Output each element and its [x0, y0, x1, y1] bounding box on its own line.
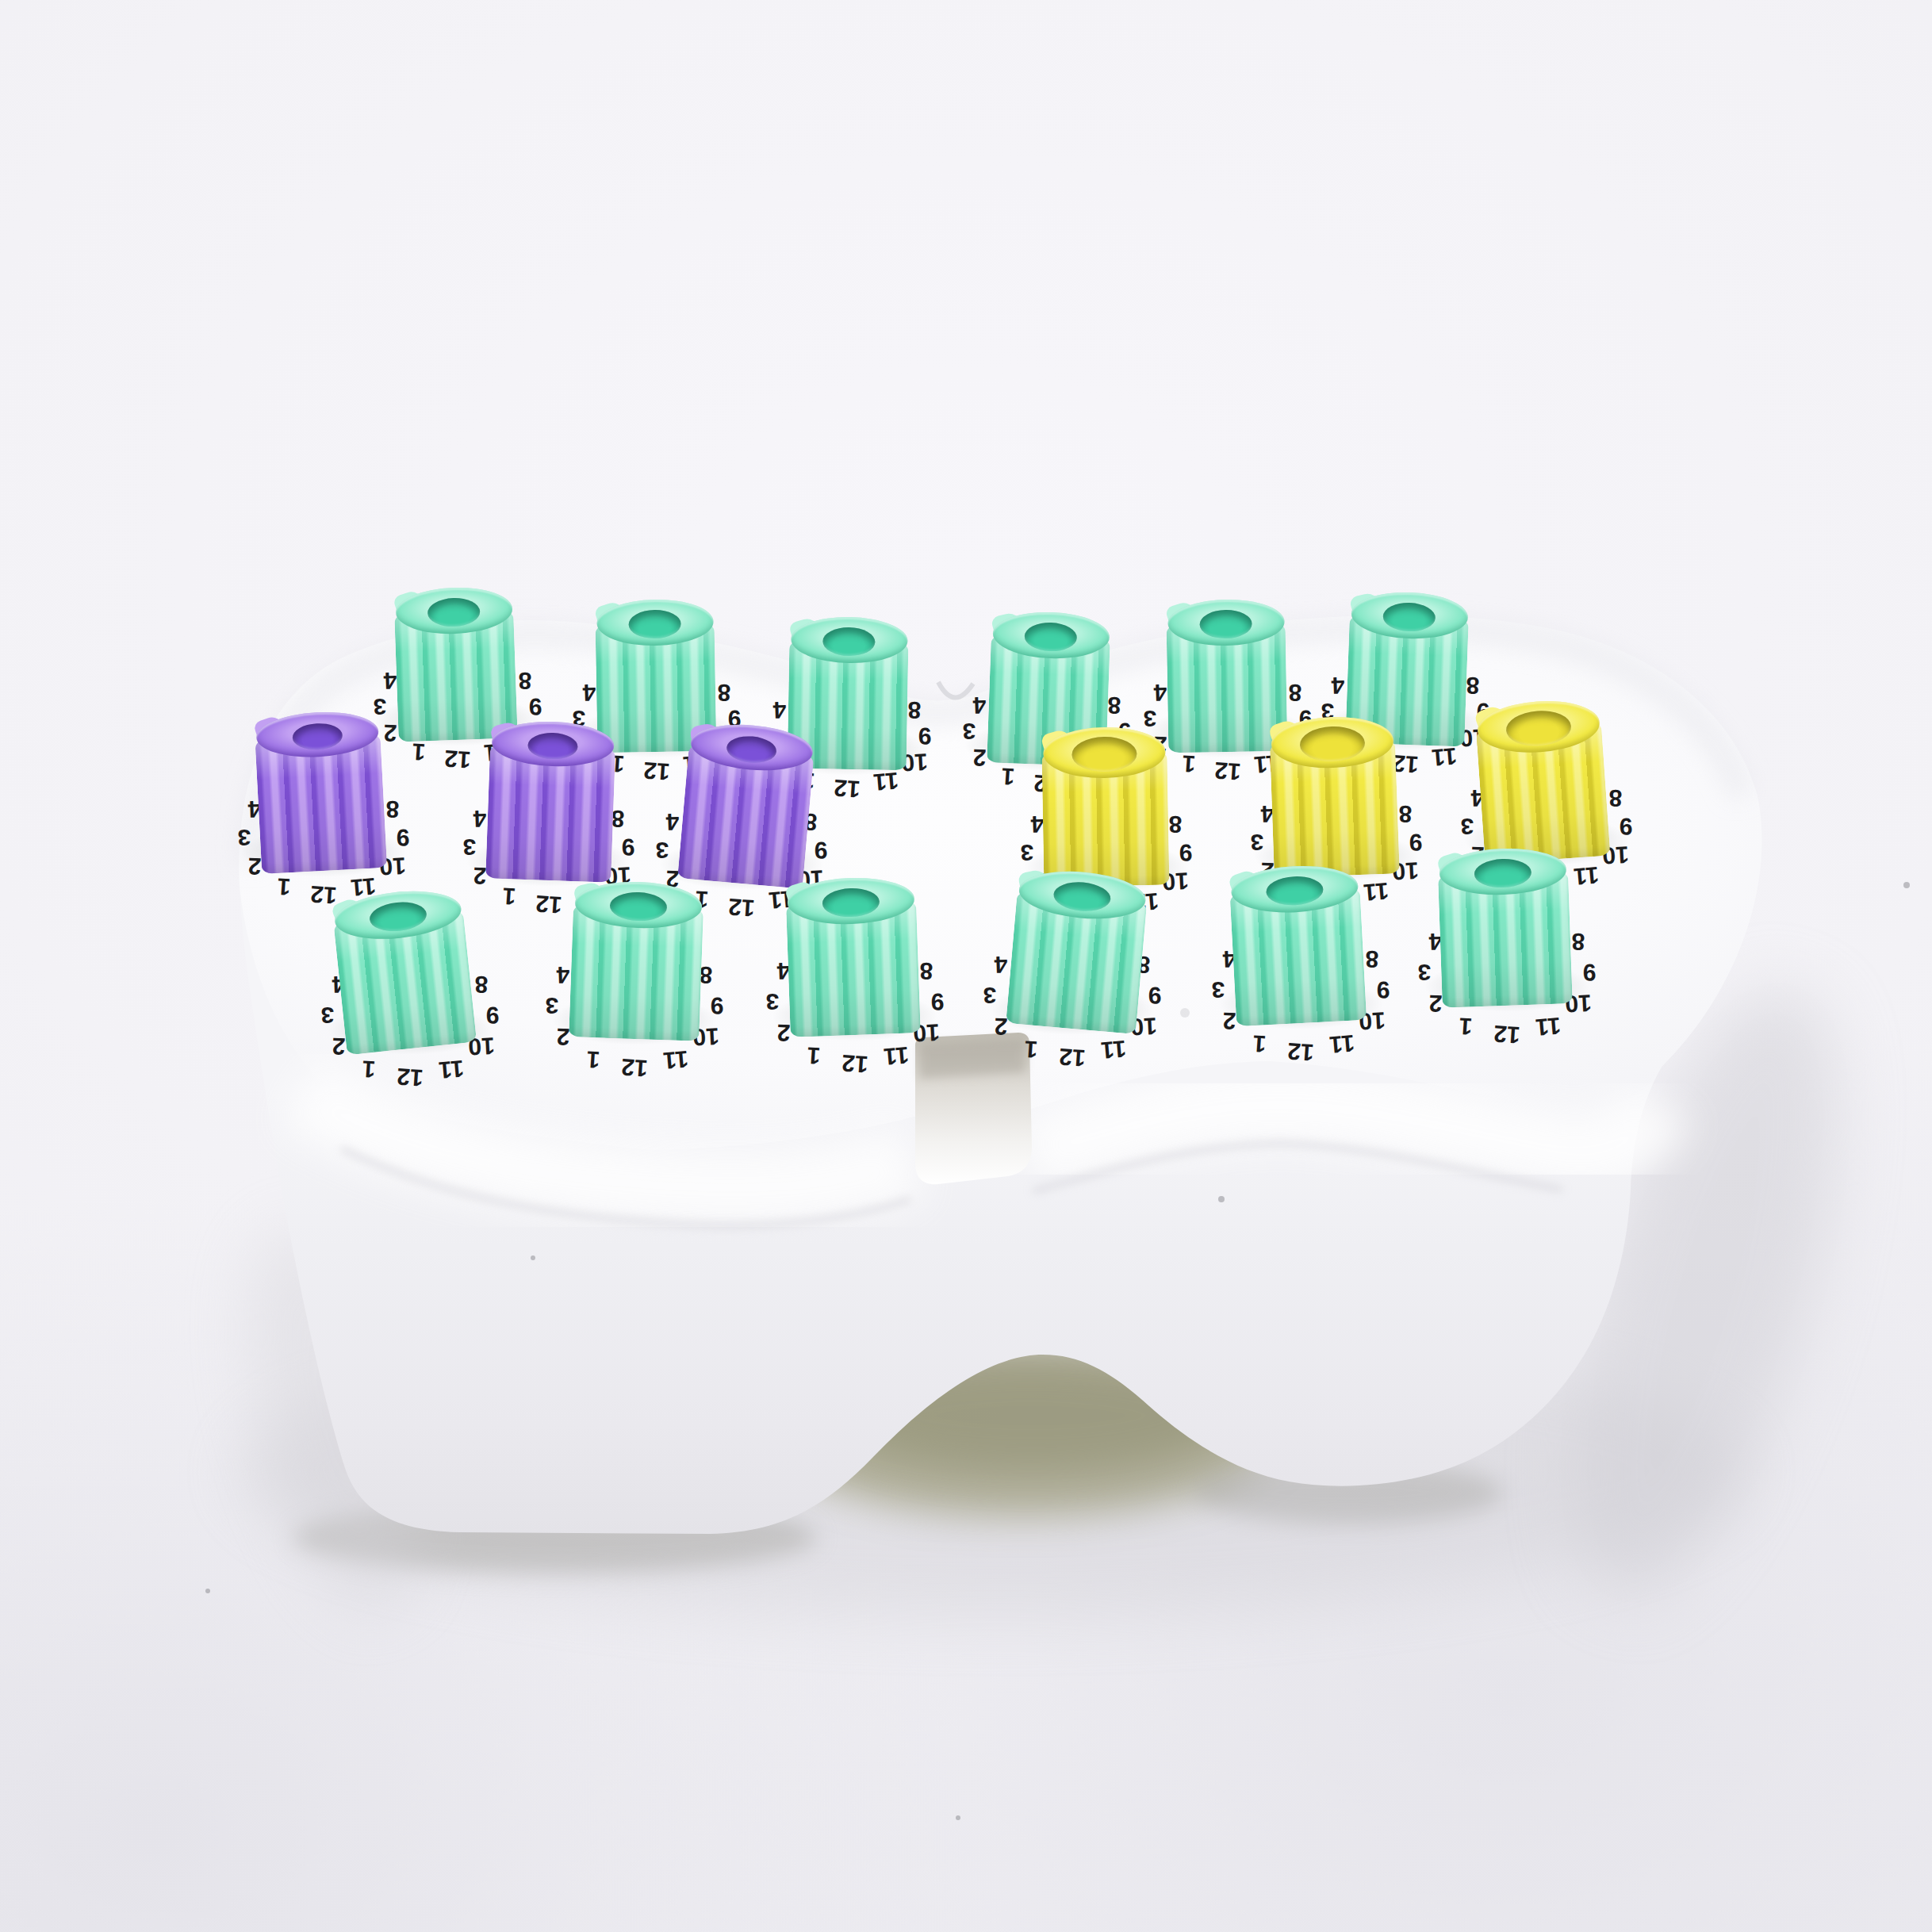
syringe-cap-green — [1006, 867, 1149, 1035]
syringe-cap-green — [331, 885, 477, 1055]
dial-number: 11 — [1100, 1034, 1128, 1064]
syringe-cap-purple — [254, 709, 387, 874]
dial-number: 8 — [1168, 811, 1182, 838]
syringe-cap-yellow — [1474, 697, 1611, 864]
dial-number: 1 — [585, 1045, 600, 1073]
dial-number: 11 — [1535, 1011, 1562, 1041]
dial-number: 12 — [1058, 1043, 1087, 1071]
dial-number: 1 — [1252, 1029, 1267, 1057]
dial-number: 11 — [1328, 1029, 1356, 1058]
syringe-cap-green — [1437, 846, 1573, 1008]
dial-number: 4 — [556, 961, 570, 989]
dial-number: 1 — [1023, 1035, 1038, 1063]
photo-scene: 1234567891011121234567891011121234567891… — [0, 0, 1932, 1932]
dial-number: 4 — [972, 692, 987, 719]
dial-number: 8 — [1365, 945, 1378, 972]
dial-number: 8 — [385, 795, 399, 822]
dial-number: 12 — [1286, 1037, 1315, 1066]
dial-number: 1 — [361, 1055, 376, 1083]
dial-number: 8 — [1571, 928, 1585, 955]
dial-number: 12 — [1213, 757, 1242, 785]
dial-number: 12 — [841, 1049, 869, 1078]
dial-number: 12 — [727, 893, 756, 922]
dial-number: 4 — [994, 951, 1008, 979]
dial-number: 11 — [1573, 861, 1600, 891]
syringe-cap-yellow — [1269, 715, 1400, 877]
dial-number: 12 — [443, 745, 472, 773]
dial-number: 12 — [620, 1053, 649, 1082]
dial-number: 4 — [1153, 679, 1167, 707]
dial-number: 4 — [582, 679, 596, 707]
dial-number: 1 — [1458, 1012, 1473, 1040]
dial-number: 1 — [501, 883, 516, 910]
dial-number: 11 — [1363, 877, 1390, 907]
dial-number: 11 — [883, 1041, 910, 1070]
dial-number: 4 — [665, 808, 680, 836]
dial-number: 8 — [717, 679, 730, 706]
dial-number: 8 — [907, 696, 921, 723]
dial-number: 8 — [1466, 672, 1479, 699]
dial-number: 8 — [919, 957, 933, 984]
dial-number: 4 — [772, 696, 787, 724]
dial-number: 12 — [396, 1063, 424, 1091]
dial-number: 4 — [473, 805, 487, 833]
dial-number: 8 — [474, 971, 488, 998]
syringe-cap-green — [1229, 863, 1367, 1026]
dial-number: 8 — [1288, 679, 1301, 706]
dial-number: 1 — [276, 873, 291, 901]
dial-number: 11 — [438, 1054, 466, 1083]
dial-board: 1234567891011121234567891011121234567891… — [0, 0, 1932, 1932]
dial-number: 12 — [833, 774, 861, 803]
dial-number: 8 — [1608, 784, 1622, 811]
dial-number: 8 — [1398, 800, 1412, 827]
syringe-cap-purple — [677, 720, 816, 889]
syringe-cap-green — [569, 880, 704, 1041]
dial-number: 4 — [1331, 672, 1345, 700]
cap-hole — [822, 627, 876, 656]
syringe-cap-yellow — [1041, 726, 1169, 887]
syringe-cap-purple — [485, 719, 616, 882]
dial-number: 11 — [662, 1045, 690, 1074]
dial-number: 12 — [535, 890, 563, 918]
syringe-cap-green — [393, 585, 518, 742]
dial-number: 4 — [383, 667, 397, 695]
dial-number: 1 — [806, 1041, 821, 1069]
dial-number: 12 — [1493, 1020, 1521, 1048]
dial-number: 8 — [518, 667, 531, 694]
syringe-cap-green — [785, 876, 921, 1037]
dial-number: 12 — [642, 757, 671, 785]
dial-number: 8 — [1107, 692, 1121, 719]
